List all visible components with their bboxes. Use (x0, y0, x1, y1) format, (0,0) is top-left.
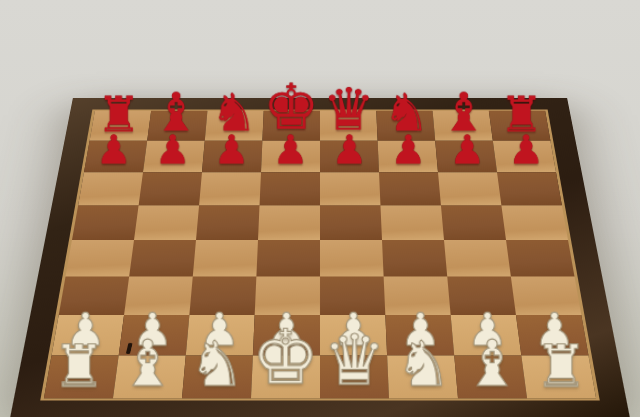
square-g4 (444, 240, 511, 276)
square-c4 (193, 240, 258, 276)
square-c6 (199, 172, 261, 205)
piece-red-pawn: ♟ (155, 130, 191, 170)
square-e7: ♟ (320, 141, 379, 172)
piece-white-knight: ♞ (189, 333, 245, 395)
square-g1: ♝ (454, 355, 527, 398)
chess-board-grid: ♜♝♞♚♛♞♝♜♟♟♟♟♟♟♟♟♟♟♟♟♟♟♟♟♜♝♞♚♛♞♝♜ (40, 109, 600, 400)
piece-white-rook: ♜ (535, 337, 588, 396)
square-b5 (134, 205, 199, 240)
piece-white-knight: ♞ (395, 333, 451, 395)
piece-red-pawn: ♟ (508, 130, 544, 170)
piece-white-bishop: ♝ (464, 332, 521, 395)
piece-red-pawn: ♟ (390, 130, 426, 170)
board-frame: ♜♝♞♚♛♞♝♜♟♟♟♟♟♟♟♟♟♟♟♟♟♟♟♟♜♝♞♚♛♞♝♜ (10, 98, 630, 417)
square-e6 (320, 172, 380, 205)
square-h4 (506, 240, 574, 276)
square-a5 (72, 205, 139, 240)
chess-board-3d: ♜♝♞♚♛♞♝♜♟♟♟♟♟♟♟♟♟♟♟♟♟♟♟♟♜♝♞♚♛♞♝♜ (10, 98, 630, 417)
square-a1: ♜ (44, 355, 119, 398)
square-h5 (501, 205, 568, 240)
square-d6 (260, 172, 320, 205)
piece-white-queen: ♛ (323, 325, 386, 395)
piece-red-pawn: ♟ (273, 130, 309, 170)
piece-red-pawn: ♟ (214, 130, 250, 170)
square-d1: ♚ (251, 355, 320, 398)
square-b1: ♝ (113, 355, 186, 398)
square-e1: ♛ (320, 355, 389, 398)
square-h6 (497, 172, 562, 205)
square-b4 (129, 240, 196, 276)
square-f6 (379, 172, 441, 205)
square-d7: ♟ (261, 141, 320, 172)
square-f4 (382, 240, 447, 276)
square-a4 (66, 240, 134, 276)
square-h1: ♜ (521, 355, 596, 398)
square-d5 (258, 205, 320, 240)
square-g6 (438, 172, 501, 205)
square-g7: ♟ (435, 141, 497, 172)
piece-white-bishop: ♝ (119, 332, 176, 395)
square-c7: ♟ (202, 141, 262, 172)
square-f5 (380, 205, 444, 240)
square-h7: ♟ (493, 141, 556, 172)
square-c5 (196, 205, 260, 240)
square-g5 (441, 205, 506, 240)
square-e4 (320, 240, 384, 276)
piece-red-pawn: ♟ (332, 130, 368, 170)
square-b6 (139, 172, 202, 205)
piece-white-rook: ♜ (53, 337, 106, 396)
photo-backdrop: ♜♝♞♚♛♞♝♜♟♟♟♟♟♟♟♟♟♟♟♟♟♟♟♟♜♝♞♚♛♞♝♜ (0, 0, 640, 417)
square-c1: ♞ (182, 355, 253, 398)
piece-white-king: ♚ (252, 320, 320, 396)
square-d4 (256, 240, 320, 276)
piece-red-pawn: ♟ (449, 130, 485, 170)
square-f1: ♞ (387, 355, 458, 398)
square-b7: ♟ (143, 141, 205, 172)
square-a7: ♟ (84, 141, 147, 172)
piece-red-pawn: ♟ (96, 130, 132, 170)
square-f7: ♟ (378, 141, 438, 172)
square-e5 (320, 205, 382, 240)
square-a6 (78, 172, 143, 205)
